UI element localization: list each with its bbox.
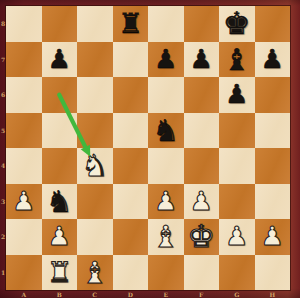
piece-white-pawn-e3[interactable]: ♟ [148,184,184,220]
piece-white-king-f2[interactable]: ♚ [184,219,220,255]
square-c8[interactable] [77,6,113,42]
square-e8[interactable] [148,6,184,42]
square-e5[interactable]: ♞ [148,113,184,149]
file-label-E: E [148,290,184,298]
square-c4[interactable]: ♞ [77,148,113,184]
rank-label-4: 4 [0,148,6,184]
rank-label-5: 5 [0,113,6,149]
square-e7[interactable]: ♟ [148,42,184,78]
square-e3[interactable]: ♟ [148,184,184,220]
square-g1[interactable] [219,255,255,291]
square-a8[interactable] [6,6,42,42]
square-a4[interactable] [6,148,42,184]
piece-white-pawn-f3[interactable]: ♟ [184,184,220,220]
square-a1[interactable] [6,255,42,291]
square-b2[interactable]: ♟ [42,219,78,255]
square-h7[interactable]: ♟ [255,42,291,78]
rank-label-3: 3 [0,184,6,220]
piece-black-king-g8[interactable]: ♚ [219,6,255,42]
square-f1[interactable] [184,255,220,291]
piece-black-pawn-g6[interactable]: ♟ [219,77,255,113]
square-g4[interactable] [219,148,255,184]
square-b5[interactable] [42,113,78,149]
square-c5[interactable] [77,113,113,149]
square-a6[interactable] [6,77,42,113]
square-b6[interactable] [42,77,78,113]
square-h1[interactable] [255,255,291,291]
file-label-D: D [113,290,149,298]
square-h5[interactable] [255,113,291,149]
piece-black-pawn-f7[interactable]: ♟ [184,42,220,78]
square-f7[interactable]: ♟ [184,42,220,78]
square-c7[interactable] [77,42,113,78]
square-d4[interactable] [113,148,149,184]
square-a5[interactable] [6,113,42,149]
rank-label-2: 2 [0,219,6,255]
square-e4[interactable] [148,148,184,184]
piece-white-pawn-a3[interactable]: ♟ [6,184,42,220]
square-b4[interactable] [42,148,78,184]
rank-label-7: 7 [0,42,6,78]
piece-black-knight-e5[interactable]: ♞ [148,113,184,149]
rank-label-8: 8 [0,6,6,42]
square-c2[interactable] [77,219,113,255]
square-f2[interactable]: ♚ [184,219,220,255]
square-d1[interactable] [113,255,149,291]
square-d7[interactable] [113,42,149,78]
square-f6[interactable] [184,77,220,113]
square-c6[interactable] [77,77,113,113]
piece-black-rook-d8[interactable]: ♜ [113,6,149,42]
piece-black-pawn-b7[interactable]: ♟ [42,42,78,78]
square-h2[interactable]: ♟ [255,219,291,255]
square-d3[interactable] [113,184,149,220]
file-label-H: H [255,290,291,298]
piece-white-pawn-h2[interactable]: ♟ [255,219,291,255]
square-b1[interactable]: ♜ [42,255,78,291]
square-e6[interactable] [148,77,184,113]
piece-black-pawn-e7[interactable]: ♟ [148,42,184,78]
file-label-C: C [77,290,113,298]
square-f5[interactable] [184,113,220,149]
piece-white-knight-c4[interactable]: ♞ [77,148,113,184]
rank-label-1: 1 [0,255,6,291]
square-g7[interactable]: ♝ [219,42,255,78]
square-d6[interactable] [113,77,149,113]
square-h6[interactable] [255,77,291,113]
square-g8[interactable]: ♚ [219,6,255,42]
square-c3[interactable] [77,184,113,220]
square-g5[interactable] [219,113,255,149]
file-label-F: F [184,290,220,298]
square-e1[interactable] [148,255,184,291]
piece-white-bishop-c1[interactable]: ♝ [77,255,113,291]
square-h8[interactable] [255,6,291,42]
square-d2[interactable] [113,219,149,255]
piece-black-knight-b3[interactable]: ♞ [42,184,78,220]
square-d8[interactable]: ♜ [113,6,149,42]
file-label-G: G [219,290,255,298]
square-f8[interactable] [184,6,220,42]
square-a3[interactable]: ♟ [6,184,42,220]
square-g2[interactable]: ♟ [219,219,255,255]
square-b7[interactable]: ♟ [42,42,78,78]
square-h3[interactable] [255,184,291,220]
square-g6[interactable]: ♟ [219,77,255,113]
square-b3[interactable]: ♞ [42,184,78,220]
square-e2[interactable]: ♝ [148,219,184,255]
chess-board[interactable]: ♜♚♟♟♟♝♟♟♞♞♟♞♟♟♟♝♚♟♟♜♝ [6,6,290,290]
rank-label-6: 6 [0,77,6,113]
square-d5[interactable] [113,113,149,149]
square-g3[interactable] [219,184,255,220]
piece-white-rook-b1[interactable]: ♜ [42,255,78,291]
piece-white-pawn-b2[interactable]: ♟ [42,219,78,255]
chess-board-diagram: ♜♚♟♟♟♝♟♟♞♞♟♞♟♟♟♝♚♟♟♜♝ 87654321ABCDEFGH [0,0,300,298]
file-label-A: A [6,290,42,298]
piece-black-bishop-g7[interactable]: ♝ [219,42,255,78]
square-a2[interactable] [6,219,42,255]
square-c1[interactable]: ♝ [77,255,113,291]
square-f4[interactable] [184,148,220,184]
square-h4[interactable] [255,148,291,184]
piece-white-pawn-g2[interactable]: ♟ [219,219,255,255]
square-f3[interactable]: ♟ [184,184,220,220]
piece-white-bishop-e2[interactable]: ♝ [148,219,184,255]
square-a7[interactable] [6,42,42,78]
file-label-B: B [42,290,78,298]
piece-black-pawn-h7[interactable]: ♟ [255,42,291,78]
square-b8[interactable] [42,6,78,42]
